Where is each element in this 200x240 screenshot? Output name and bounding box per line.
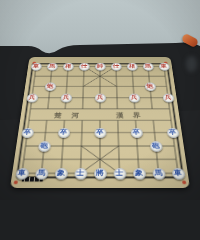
xiangqi-piece-red-馬[interactable]: 馬 [46,63,57,71]
xiangqi-piece-red-兵[interactable]: 兵 [128,93,140,102]
piece-layer: 車馬相仕帥仕相馬車炮炮兵兵兵兵兵卒卒卒卒卒砲砲車馬象士將士象馬車 [10,57,190,188]
xiangqi-piece-black-士[interactable]: 士 [74,168,87,180]
xiangqi-piece-red-仕[interactable]: 仕 [111,63,122,71]
xiangqi-piece-red-炮[interactable]: 炮 [144,82,156,90]
xiangqi-piece-red-仕[interactable]: 仕 [79,63,90,71]
xiangqi-piece-red-車[interactable]: 車 [158,63,169,71]
xiangqi-piece-red-帥[interactable]: 帥 [95,63,105,71]
xiangqi-piece-black-士[interactable]: 士 [113,168,126,180]
xiangqi-piece-red-車[interactable]: 車 [30,63,41,71]
xiangqi-piece-black-砲[interactable]: 砲 [149,141,162,152]
xiangqi-piece-red-相[interactable]: 相 [127,63,138,71]
xiangqi-piece-red-兵[interactable]: 兵 [60,93,72,102]
xiangqi-piece-black-砲[interactable]: 砲 [38,141,51,152]
xiangqi-piece-black-車[interactable]: 車 [15,168,29,180]
xiangqi-piece-black-馬[interactable]: 馬 [152,168,166,180]
xiangqi-piece-black-將[interactable]: 將 [94,168,107,180]
xiangqi-piece-black-車[interactable]: 車 [171,168,185,180]
xiangqi-piece-black-卒[interactable]: 卒 [94,128,106,138]
xiangqi-piece-red-兵[interactable]: 兵 [94,93,105,102]
xiangqi-piece-black-馬[interactable]: 馬 [34,168,48,180]
xiangqi-piece-black-卒[interactable]: 卒 [57,128,69,138]
xiangqi-piece-black-卒[interactable]: 卒 [130,128,142,138]
xiangqi-piece-red-相[interactable]: 相 [63,63,74,71]
xiangqi-piece-black-象[interactable]: 象 [132,168,145,180]
desk-shadow-smudge [186,56,197,72]
xiangqi-piece-red-馬[interactable]: 馬 [142,63,153,71]
xiangqi-piece-red-兵[interactable]: 兵 [26,93,38,102]
xiangqi-piece-black-卒[interactable]: 卒 [166,128,179,138]
xiangqi-board-mat[interactable]: 楚 河 漢 界 車馬相仕帥仕相馬車炮炮兵兵兵兵兵卒卒卒卒卒砲砲車馬象士將士象馬車 [10,57,190,188]
xiangqi-piece-red-兵[interactable]: 兵 [162,93,174,102]
xiangqi-piece-red-炮[interactable]: 炮 [44,82,56,90]
xiangqi-piece-black-象[interactable]: 象 [54,168,67,180]
xiangqi-piece-black-卒[interactable]: 卒 [21,128,34,138]
